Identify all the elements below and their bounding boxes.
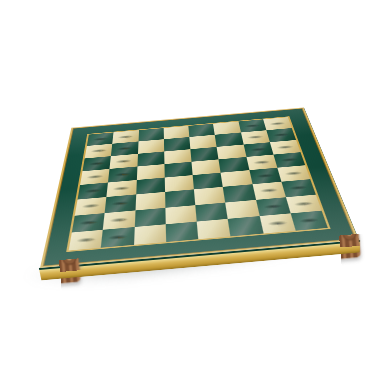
piece-black-pawn: ♟ <box>264 201 287 226</box>
camera-roll-wrapper: ♜♟♟♜♞♟♟♞♝♟♟♝♚♟♟♚♛♟♟♛♝♟♟♝♞♟♟♞♜♟♟♜ <box>46 29 339 322</box>
chess-set-product-photo: ♜♟♟♜♞♟♟♞♝♟♟♝♚♟♟♚♛♟♟♛♝♟♟♝♞♟♟♞♜♟♟♜ <box>0 0 380 380</box>
piece-white-rook: ♜ <box>71 212 100 244</box>
chess-board: ♜♟♟♜♞♟♟♞♝♟♟♝♚♟♟♚♛♟♟♛♝♟♟♝♞♟♟♞♜♟♟♜ <box>40 107 359 268</box>
piece-white-pawn: ♟ <box>106 215 129 240</box>
piece-black-rook: ♜ <box>293 192 322 224</box>
perspective-scene: ♜♟♟♜♞♟♟♞♝♟♟♝♚♟♟♚♛♟♟♛♝♟♟♝♞♟♟♞♜♟♟♜ <box>46 29 339 322</box>
